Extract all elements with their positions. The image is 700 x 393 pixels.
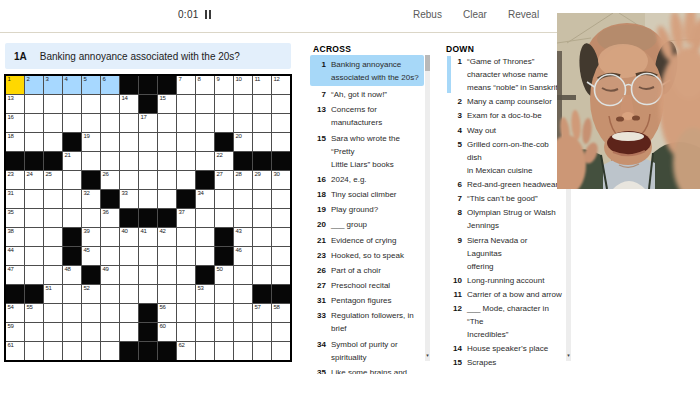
grid-cell-r11c8[interactable] [139, 266, 157, 284]
cell-number: 13 [8, 95, 14, 101]
grid-cell-r2c9[interactable]: 15 [158, 95, 176, 113]
grid-cell-r1c1[interactable]: 1 [6, 76, 24, 94]
grid-cell-r3c1[interactable]: 16 [6, 114, 24, 132]
grid-cell-r4c2[interactable] [25, 133, 43, 151]
grid-cell-r4c12 [215, 133, 233, 151]
clue-text: Evidence of crying [331, 234, 424, 247]
grid-cell-r10c4 [63, 247, 81, 265]
grid-cell-r4c1[interactable]: 18 [6, 133, 24, 151]
clue-text: “This can’t be good” [467, 192, 564, 205]
grid-cell-r12c12[interactable] [215, 285, 233, 303]
grid-cell-r4c15[interactable] [272, 133, 290, 151]
grid-cell-r2c6[interactable] [101, 95, 119, 113]
grid-cell-r9c1[interactable]: 38 [6, 228, 24, 246]
grid-cell-r8c14[interactable] [253, 209, 271, 227]
clue-text: “Game of Thrones”character whose namemea… [467, 55, 564, 94]
grid-cell-r14c6[interactable] [101, 323, 119, 341]
video-participant [557, 13, 700, 189]
grid-cell-r15c7 [120, 342, 138, 360]
webcam-video [557, 13, 700, 189]
grid-cell-r9c2[interactable] [25, 228, 43, 246]
grid-cell-r3c5[interactable] [82, 114, 100, 132]
down-clue-12[interactable]: 12___ Mode, character in “TheIncredibles… [446, 302, 564, 341]
grid-cell-r8c6[interactable]: 36 [101, 209, 119, 227]
clue-number: 26 [310, 264, 331, 277]
grid-cell-r5c6[interactable] [101, 152, 119, 170]
grid-cell-r10c11[interactable] [196, 247, 214, 265]
cell-number: 29 [255, 171, 261, 177]
grid-cell-r13c12[interactable] [215, 304, 233, 322]
cell-number: 37 [179, 209, 185, 215]
grid-cell-r5c12[interactable]: 22 [215, 152, 233, 170]
grid-cell-r7c13[interactable] [234, 190, 252, 208]
grid-cell-r15c3[interactable] [44, 342, 62, 360]
grid-cell-r1c14[interactable]: 11 [253, 76, 271, 94]
grid-cell-r6c2[interactable]: 24 [25, 171, 43, 189]
grid-cell-r3c11[interactable] [196, 114, 214, 132]
grid-cell-r7c7[interactable]: 33 [120, 190, 138, 208]
grid-cell-r13c4[interactable] [63, 304, 81, 322]
grid-cell-r1c2[interactable]: 2 [25, 76, 43, 94]
grid-cell-r11c9[interactable] [158, 266, 176, 284]
grid-cell-r9c5[interactable]: 39 [82, 228, 100, 246]
clue-number: 5 [446, 138, 467, 177]
grid-cell-r11c14[interactable] [253, 266, 271, 284]
grid-cell-r15c13[interactable] [234, 342, 252, 360]
across-clue-33[interactable]: 33Regulation followers, in brief [310, 309, 424, 335]
reveal-button[interactable]: Reveal [508, 9, 539, 20]
scrollbar-thumb[interactable] [425, 55, 430, 71]
grid-cell-r2c2[interactable] [25, 95, 43, 113]
grid-cell-r13c2[interactable]: 55 [25, 304, 43, 322]
grid-cell-r14c9[interactable]: 60 [158, 323, 176, 341]
grid-cell-r1c15[interactable]: 12 [272, 76, 290, 94]
grid-cell-r8c15[interactable] [272, 209, 290, 227]
grid-cell-r14c5[interactable] [82, 323, 100, 341]
grid-cell-r7c5[interactable]: 32 [82, 190, 100, 208]
grid-cell-r13c1[interactable]: 54 [6, 304, 24, 322]
grid-cell-r6c12[interactable]: 27 [215, 171, 233, 189]
across-clue-27[interactable]: 27Preschool recital [310, 279, 424, 292]
grid-cell-r11c10[interactable] [177, 266, 195, 284]
grid-cell-r6c6[interactable]: 26 [101, 171, 119, 189]
grid-cell-r10c3[interactable] [44, 247, 62, 265]
grid-cell-r13c7[interactable] [120, 304, 138, 322]
grid-cell-r10c14[interactable] [253, 247, 271, 265]
grid-cell-r2c11[interactable] [196, 95, 214, 113]
grid-cell-r14c12[interactable] [215, 323, 233, 341]
down-clue-7[interactable]: 7“This can’t be good” [446, 192, 564, 205]
grid-cell-r12c11[interactable]: 53 [196, 285, 214, 303]
grid-cell-r8c4[interactable] [63, 209, 81, 227]
grid-cell-r2c1[interactable]: 13 [6, 95, 24, 113]
pause-button[interactable] [205, 10, 211, 19]
grid-cell-r10c2[interactable] [25, 247, 43, 265]
grid-cell-r3c3[interactable] [44, 114, 62, 132]
down-clue-15[interactable]: 15Scrapes [446, 356, 564, 369]
grid-cell-r4c14[interactable] [253, 133, 271, 151]
grid-cell-r4c7[interactable] [120, 133, 138, 151]
grid-cell-r10c6[interactable] [101, 247, 119, 265]
cell-number: 19 [84, 133, 90, 139]
clue-number: 6 [446, 178, 467, 191]
grid-cell-r5c1 [6, 152, 24, 170]
grid-cell-r2c3[interactable] [44, 95, 62, 113]
grid-cell-r7c9[interactable] [158, 190, 176, 208]
grid-cell-r1c8 [139, 76, 157, 94]
grid-cell-r15c2[interactable] [25, 342, 43, 360]
clue-text: Concerns for manufacturers [331, 103, 424, 129]
clue-text: ___ Mode, character in “TheIncredibles” [467, 302, 564, 341]
grid-cell-r1c6[interactable]: 6 [101, 76, 119, 94]
grid-cell-r1c9 [158, 76, 176, 94]
grid-cell-r5c10[interactable] [177, 152, 195, 170]
clue-text: Red-and-green headwear [467, 178, 564, 191]
grid-cell-r10c10[interactable] [177, 247, 195, 265]
grid-cell-r7c4[interactable] [63, 190, 81, 208]
grid-cell-r9c6[interactable] [101, 228, 119, 246]
grid-cell-r3c2[interactable] [25, 114, 43, 132]
down-clue-3[interactable]: 3Exam for a doc-to-be [446, 109, 564, 122]
grid-cell-r14c3[interactable] [44, 323, 62, 341]
grid-cell-r12c13[interactable] [234, 285, 252, 303]
grid-cell-r4c8[interactable] [139, 133, 157, 151]
grid-cell-r14c4[interactable] [63, 323, 81, 341]
grid-cell-r12c7[interactable] [120, 285, 138, 303]
down-clue-8[interactable]: 8Olympian Strug or WalshJennings [446, 206, 564, 232]
grid-cell-r14c1[interactable]: 59 [6, 323, 24, 341]
grid-cell-r11c2[interactable] [25, 266, 43, 284]
grid-cell-r8c3[interactable] [44, 209, 62, 227]
clue-number: 7 [446, 192, 467, 205]
grid-cell-r3c4[interactable] [63, 114, 81, 132]
grid-cell-r12c4[interactable] [63, 285, 81, 303]
grid-cell-r8c7 [120, 209, 138, 227]
grid-cell-r5c11[interactable] [196, 152, 214, 170]
grid-cell-r11c13[interactable] [234, 266, 252, 284]
grid-cell-r12c5[interactable]: 52 [82, 285, 100, 303]
grid-cell-r11c6[interactable]: 49 [101, 266, 119, 284]
grid-cell-r11c3[interactable] [44, 266, 62, 284]
grid-cell-r9c14[interactable] [253, 228, 271, 246]
grid-cell-r10c13[interactable]: 46 [234, 247, 252, 265]
grid-cell-r7c2[interactable] [25, 190, 43, 208]
grid-cell-r8c12[interactable] [215, 209, 233, 227]
across-clue-31[interactable]: 31Pentagon figures [310, 294, 424, 307]
clue-number: 34 [310, 338, 331, 364]
cell-number: 52 [84, 285, 90, 291]
cell-number: 5 [84, 76, 87, 82]
grid-cell-r11c15[interactable] [272, 266, 290, 284]
grid-cell-r9c8[interactable]: 41 [139, 228, 157, 246]
grid-cell-r2c13[interactable] [234, 95, 252, 113]
down-clue-2[interactable]: 2Many a camp counselor [446, 95, 564, 108]
grid-cell-r1c3[interactable]: 3 [44, 76, 62, 94]
grid-cell-r5c15 [272, 152, 290, 170]
grid-cell-r11c12[interactable]: 50 [215, 266, 233, 284]
cell-number: 39 [84, 228, 90, 234]
grid-cell-r3c8[interactable]: 17 [139, 114, 157, 132]
grid-cell-r3c15[interactable] [272, 114, 290, 132]
grid-cell-r12c3[interactable]: 51 [44, 285, 62, 303]
grid-cell-r14c11[interactable] [196, 323, 214, 341]
clue-text: Olympian Strug or WalshJennings [467, 206, 564, 232]
grid-cell-r15c14[interactable] [253, 342, 271, 360]
cell-number: 22 [217, 152, 223, 158]
grid-cell-r5c9[interactable] [158, 152, 176, 170]
grid-cell-r4c5[interactable]: 19 [82, 133, 100, 151]
clue-text: Sara who wrote the “PrettyLittle Liars” … [331, 132, 424, 171]
clue-text: Tiny social climber [331, 188, 424, 201]
grid-cell-r4c3[interactable] [44, 133, 62, 151]
grid-cell-r7c12[interactable] [215, 190, 233, 208]
grid-cell-r5c4[interactable]: 21 [63, 152, 81, 170]
grid-cell-r2c14[interactable] [253, 95, 271, 113]
grid-cell-r11c5 [82, 266, 100, 284]
grid-cell-r13c13[interactable] [234, 304, 252, 322]
grid-cell-r3c14[interactable] [253, 114, 271, 132]
cell-number: 24 [27, 171, 33, 177]
grid-cell-r13c5[interactable] [82, 304, 100, 322]
grid-cell-r9c3[interactable] [44, 228, 62, 246]
grid-cell-r2c15[interactable] [272, 95, 290, 113]
grid-cell-r8c10[interactable]: 37 [177, 209, 195, 227]
grid-cell-r2c7[interactable]: 14 [120, 95, 138, 113]
crossword-grid: 1234567891011121314151617181920212223242… [4, 74, 292, 362]
cell-number: 12 [274, 76, 280, 82]
grid-cell-r8c5[interactable] [82, 209, 100, 227]
grid-cell-r3c9[interactable] [158, 114, 176, 132]
cell-number: 30 [274, 171, 280, 177]
cell-number: 35 [8, 209, 14, 215]
grid-cell-r15c12[interactable] [215, 342, 233, 360]
clue-number: 15 [446, 356, 467, 369]
grid-cell-r8c11[interactable] [196, 209, 214, 227]
grid-cell-r10c1[interactable]: 44 [6, 247, 24, 265]
grid-cell-r8c8 [139, 209, 157, 227]
grid-cell-r14c13[interactable] [234, 323, 252, 341]
grid-cell-r13c9[interactable]: 56 [158, 304, 176, 322]
grid-cell-r11c4[interactable]: 48 [63, 266, 81, 284]
grid-cell-r5c7[interactable] [120, 152, 138, 170]
grid-cell-r2c4[interactable] [63, 95, 81, 113]
grid-cell-r10c12 [215, 247, 233, 265]
grid-cell-r3c7[interactable] [120, 114, 138, 132]
grid-cell-r15c4[interactable] [63, 342, 81, 360]
grid-cell-r9c10[interactable] [177, 228, 195, 246]
across-clue-15[interactable]: 15Sara who wrote the “PrettyLittle Liars… [310, 132, 424, 171]
grid-cell-r5c5[interactable] [82, 152, 100, 170]
grid-cell-r1c11[interactable]: 8 [196, 76, 214, 94]
grid-cell-r11c1[interactable]: 47 [6, 266, 24, 284]
grid-cell-r9c13[interactable]: 43 [234, 228, 252, 246]
grid-cell-r13c10[interactable] [177, 304, 195, 322]
grid-cell-r14c15[interactable] [272, 323, 290, 341]
clue-text: ___ group [331, 218, 424, 231]
across-clue-21[interactable]: 21Evidence of crying [310, 234, 424, 247]
timer: 0:01 [178, 9, 199, 20]
grid-cell-r10c15[interactable] [272, 247, 290, 265]
grid-cell-r12c10[interactable] [177, 285, 195, 303]
cell-number: 2 [27, 76, 30, 82]
grid-cell-r4c9[interactable] [158, 133, 176, 151]
grid-cell-r9c11[interactable] [196, 228, 214, 246]
grid-cell-r4c13[interactable]: 20 [234, 133, 252, 151]
grid-cell-r13c8 [139, 304, 157, 322]
cell-number: 59 [8, 323, 14, 329]
grid-cell-r9c12 [215, 228, 233, 246]
grid-cell-r1c5[interactable]: 5 [82, 76, 100, 94]
grid-cell-r13c14[interactable]: 57 [253, 304, 271, 322]
grid-cell-r15c5[interactable] [82, 342, 100, 360]
grid-cell-r7c14[interactable] [253, 190, 271, 208]
clue-number: 23 [310, 249, 331, 262]
across-clue-20[interactable]: 20___ group [310, 218, 424, 231]
rebus-button[interactable]: Rebus [413, 9, 442, 20]
cell-number: 6 [103, 76, 106, 82]
across-clue-13[interactable]: 13Concerns for manufacturers [310, 103, 424, 129]
across-clue-26[interactable]: 26Part of a choir [310, 264, 424, 277]
clue-number: 3 [446, 109, 467, 122]
grid-cell-r2c5[interactable] [82, 95, 100, 113]
grid-cell-r7c11[interactable]: 34 [196, 190, 214, 208]
cell-number: 10 [236, 76, 242, 82]
grid-cell-r6c14[interactable]: 29 [253, 171, 271, 189]
down-clue-14[interactable]: 14House speaker’s place [446, 342, 564, 355]
grid-cell-r7c15[interactable] [272, 190, 290, 208]
cell-number: 18 [8, 133, 14, 139]
grid-cell-r6c5 [82, 171, 100, 189]
grid-cell-r12c6[interactable] [101, 285, 119, 303]
grid-cell-r9c7[interactable]: 40 [120, 228, 138, 246]
down-clue-10[interactable]: 10Long-running account [446, 274, 564, 287]
cell-number: 20 [236, 133, 242, 139]
grid-cell-r10c8[interactable] [139, 247, 157, 265]
grid-cell-r6c15[interactable]: 30 [272, 171, 290, 189]
across-clue-16[interactable]: 162024, e.g. [310, 173, 424, 186]
across-clue-18[interactable]: 18Tiny social climber [310, 188, 424, 201]
clue-number: 21 [310, 234, 331, 247]
clue-text: Long-running account [467, 274, 564, 287]
grid-cell-r9c9[interactable]: 42 [158, 228, 176, 246]
grid-cell-r7c10 [177, 190, 195, 208]
grid-cell-r14c2[interactable] [25, 323, 43, 341]
grid-cell-r3c13[interactable] [234, 114, 252, 132]
grid-cell-r2c10[interactable] [177, 95, 195, 113]
grid-cell-r1c13[interactable]: 10 [234, 76, 252, 94]
down-clue-1[interactable]: 1“Game of Thrones”character whose nameme… [446, 55, 564, 94]
grid-cell-r2c12[interactable] [215, 95, 233, 113]
grid-cell-r8c1[interactable]: 35 [6, 209, 24, 227]
grid-cell-r12c8[interactable] [139, 285, 157, 303]
across-clue-35[interactable]: 35Like some brains and poolballs [310, 366, 424, 374]
grid-cell-r10c5[interactable]: 45 [82, 247, 100, 265]
cell-number: 26 [103, 171, 109, 177]
grid-cell-r12c9[interactable] [158, 285, 176, 303]
grid-cell-r5c3 [44, 152, 62, 170]
cell-number: 16 [8, 114, 14, 120]
grid-cell-r7c8[interactable] [139, 190, 157, 208]
grid-cell-r4c10[interactable] [177, 133, 195, 151]
grid-cell-r15c6[interactable] [101, 342, 119, 360]
across-scrollbar[interactable]: ▾ [425, 55, 430, 361]
grid-cell-r15c15[interactable] [272, 342, 290, 360]
grid-cell-r14c7[interactable] [120, 323, 138, 341]
grid-cell-r13c15[interactable]: 58 [272, 304, 290, 322]
cell-number: 17 [141, 114, 147, 120]
grid-cell-r8c2[interactable] [25, 209, 43, 227]
across-clue-19[interactable]: 19Play ground? [310, 203, 424, 216]
grid-cell-r13c11[interactable] [196, 304, 214, 322]
cell-number: 61 [8, 342, 14, 348]
grid-cell-r3c6[interactable] [101, 114, 119, 132]
grid-cell-r13c6[interactable] [101, 304, 119, 322]
across-clue-23[interactable]: 23Hooked, so to speak [310, 249, 424, 262]
clue-text: Carrier of a bow and arrow [467, 288, 564, 301]
across-clue-1[interactable]: 1Banking annoyanceassociated with the 20… [310, 55, 424, 86]
grid-cell-r3c12[interactable] [215, 114, 233, 132]
grid-cell-r7c3[interactable] [44, 190, 62, 208]
scroll-down-arrow-icon[interactable]: ▾ [425, 353, 430, 358]
grid-cell-r6c3[interactable]: 25 [44, 171, 62, 189]
grid-cell-r15c10[interactable]: 62 [177, 342, 195, 360]
grid-cell-r6c10[interactable] [177, 171, 195, 189]
grid-cell-r5c8[interactable] [139, 152, 157, 170]
down-clue-5[interactable]: 5Grilled corn-on-the-cob dishin Mexican … [446, 138, 564, 177]
grid-cell-r6c7[interactable] [120, 171, 138, 189]
grid-cell-r15c1[interactable]: 61 [6, 342, 24, 360]
across-clue-34[interactable]: 34Symbol of purity orspirituality [310, 338, 424, 364]
cell-number: 57 [255, 304, 261, 310]
grid-cell-r3c10[interactable] [177, 114, 195, 132]
grid-cell-r1c12[interactable]: 9 [215, 76, 233, 94]
grid-cell-r6c13[interactable]: 28 [234, 171, 252, 189]
grid-cell-r1c4[interactable]: 4 [63, 76, 81, 94]
grid-cell-r4c11[interactable] [196, 133, 214, 151]
grid-cell-r11c7[interactable] [120, 266, 138, 284]
down-clue-11[interactable]: 11Carrier of a bow and arrow [446, 288, 564, 301]
down-clue-9[interactable]: 9Sierra Nevada or Lagunitasoffering [446, 234, 564, 273]
grid-cell-r9c15[interactable] [272, 228, 290, 246]
grid-cell-r6c9[interactable] [158, 171, 176, 189]
grid-cell-r6c1[interactable]: 23 [6, 171, 24, 189]
grid-cell-r14c10[interactable] [177, 323, 195, 341]
clear-button[interactable]: Clear [463, 9, 487, 20]
grid-cell-r13c3[interactable] [44, 304, 62, 322]
down-clue-4[interactable]: 4Way out [446, 124, 564, 137]
scroll-down-arrow-icon[interactable]: ▾ [566, 353, 571, 358]
grid-cell-r8c13[interactable] [234, 209, 252, 227]
grid-cell-r5c14 [253, 152, 271, 170]
clue-text: “Ah, got it now!” [331, 88, 424, 101]
grid-cell-r10c7[interactable] [120, 247, 138, 265]
grid-cell-r7c1[interactable]: 31 [6, 190, 24, 208]
grid-cell-r4c6[interactable] [101, 133, 119, 151]
grid-cell-r1c10[interactable]: 7 [177, 76, 195, 94]
grid-cell-r14c14[interactable] [253, 323, 271, 341]
down-clue-6[interactable]: 6Red-and-green headwear [446, 178, 564, 191]
grid-cell-r6c8[interactable] [139, 171, 157, 189]
grid-cell-r15c11[interactable] [196, 342, 214, 360]
clue-number: 27 [310, 279, 331, 292]
clue-number: 35 [310, 366, 331, 374]
across-clue-7[interactable]: 7“Ah, got it now!” [310, 88, 424, 101]
grid-cell-r10c9[interactable] [158, 247, 176, 265]
grid-cell-r15c9 [158, 342, 176, 360]
grid-cell-r15c8 [139, 342, 157, 360]
grid-cell-r6c4[interactable] [63, 171, 81, 189]
clue-number: 33 [310, 309, 331, 335]
